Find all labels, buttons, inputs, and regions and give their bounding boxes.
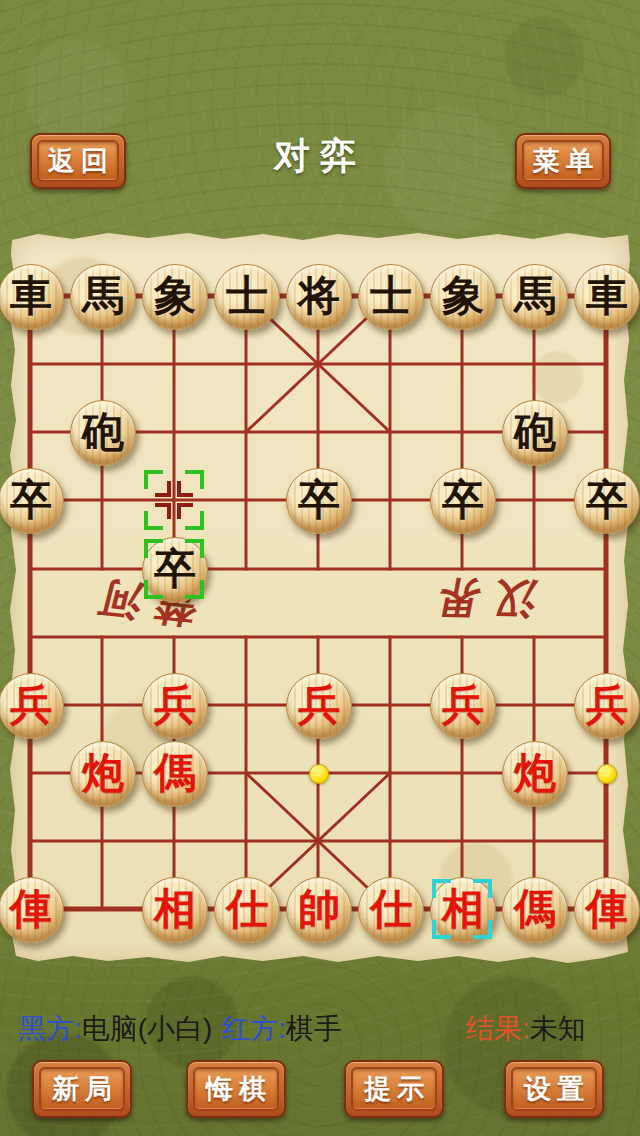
piece-glyph: 砲: [514, 411, 556, 453]
piece-glyph: 象: [442, 275, 484, 317]
piece-red-6-8[interactable]: 兵: [574, 673, 640, 739]
piece-red-6-0[interactable]: 兵: [0, 673, 64, 739]
piece-black-2-1[interactable]: 砲: [70, 400, 136, 466]
piece-glyph: 馬: [82, 275, 124, 317]
piece-glyph: 仕: [370, 888, 412, 930]
piece-glyph: 俥: [586, 888, 628, 930]
piece-red-7-1[interactable]: 炮: [70, 741, 136, 807]
result-status: 结果:未知: [466, 1010, 586, 1048]
piece-black-0-4[interactable]: 将: [286, 264, 352, 330]
piece-glyph: 卒: [10, 479, 52, 521]
piece-glyph: 炮: [514, 752, 556, 794]
piece-black-4-2[interactable]: 卒: [142, 537, 208, 603]
piece-glyph: 兵: [10, 684, 52, 726]
status-bar: 黑方:电脑(小白) 红方:棋手 结果:未知: [0, 1004, 640, 1050]
piece-glyph: 相: [442, 888, 484, 930]
piece-black-3-4[interactable]: 卒: [286, 468, 352, 534]
piece-glyph: 兵: [586, 684, 628, 726]
piece-black-0-8[interactable]: 車: [574, 264, 640, 330]
settings-button[interactable]: 设置: [504, 1060, 604, 1118]
red-player-status: 红方:棋手: [222, 1010, 342, 1048]
piece-glyph: 士: [226, 275, 268, 317]
piece-glyph: 卒: [442, 479, 484, 521]
piece-red-7-7[interactable]: 炮: [502, 741, 568, 807]
piece-glyph: 馬: [514, 275, 556, 317]
piece-red-6-6[interactable]: 兵: [430, 673, 496, 739]
move-hint-dot-0[interactable]: [309, 764, 329, 784]
bottom-toolbar: 新局 悔棋 提示 设置: [0, 1060, 640, 1120]
piece-glyph: 士: [370, 275, 412, 317]
piece-red-9-3[interactable]: 仕: [214, 877, 280, 943]
red-player-value: 棋手: [286, 1013, 342, 1044]
piece-glyph: 仕: [226, 888, 268, 930]
piece-glyph: 傌: [154, 752, 196, 794]
piece-black-0-0[interactable]: 車: [0, 264, 64, 330]
piece-red-9-7[interactable]: 傌: [502, 877, 568, 943]
piece-red-9-6[interactable]: 相: [430, 877, 496, 943]
point-marker-cross: [154, 480, 194, 520]
app-screen: 对弈 返回 菜单: [0, 0, 640, 1136]
piece-black-3-6[interactable]: 卒: [430, 468, 496, 534]
black-player-label: 黑方:: [18, 1013, 82, 1044]
xiangqi-board[interactable]: 楚河 汉界 車馬象士将士象馬車砲砲卒卒卒卒卒兵兵兵兵兵炮傌炮俥相仕帥仕相傌俥: [8, 230, 632, 966]
result-value: 未知: [530, 1013, 586, 1044]
black-player-value: 电脑(小白): [82, 1013, 213, 1044]
piece-glyph: 兵: [442, 684, 484, 726]
top-bar: 对弈 返回 菜单: [0, 128, 640, 190]
piece-red-6-2[interactable]: 兵: [142, 673, 208, 739]
piece-glyph: 兵: [154, 684, 196, 726]
piece-black-3-0[interactable]: 卒: [0, 468, 64, 534]
black-player-status: 黑方:电脑(小白): [18, 1010, 212, 1048]
piece-glyph: 車: [586, 275, 628, 317]
piece-black-2-7[interactable]: 砲: [502, 400, 568, 466]
piece-glyph: 相: [154, 888, 196, 930]
piece-red-9-8[interactable]: 俥: [574, 877, 640, 943]
piece-glyph: 卒: [586, 479, 628, 521]
piece-glyph: 卒: [154, 548, 196, 590]
piece-glyph: 将: [298, 275, 340, 317]
piece-glyph: 傌: [514, 888, 556, 930]
piece-black-0-1[interactable]: 馬: [70, 264, 136, 330]
piece-glyph: 車: [10, 275, 52, 317]
new-game-button[interactable]: 新局: [32, 1060, 132, 1118]
hint-button[interactable]: 提示: [344, 1060, 444, 1118]
piece-red-9-0[interactable]: 俥: [0, 877, 64, 943]
piece-black-0-3[interactable]: 士: [214, 264, 280, 330]
piece-black-0-6[interactable]: 象: [430, 264, 496, 330]
piece-glyph: 帥: [298, 888, 340, 930]
piece-black-3-8[interactable]: 卒: [574, 468, 640, 534]
piece-glyph: 象: [154, 275, 196, 317]
last-move-from-marker: [144, 470, 204, 530]
piece-layer: 車馬象士将士象馬車砲砲卒卒卒卒卒兵兵兵兵兵炮傌炮俥相仕帥仕相傌俥: [8, 230, 632, 966]
piece-glyph: 炮: [82, 752, 124, 794]
piece-red-6-4[interactable]: 兵: [286, 673, 352, 739]
piece-glyph: 卒: [298, 479, 340, 521]
piece-red-7-2[interactable]: 傌: [142, 741, 208, 807]
move-hint-dot-1[interactable]: [597, 764, 617, 784]
result-label: 结果:: [466, 1013, 530, 1044]
piece-red-9-2[interactable]: 相: [142, 877, 208, 943]
piece-black-0-7[interactable]: 馬: [502, 264, 568, 330]
back-button[interactable]: 返回: [30, 133, 126, 189]
red-player-label: 红方:: [222, 1013, 286, 1044]
piece-glyph: 俥: [10, 888, 52, 930]
menu-button[interactable]: 菜单: [515, 133, 611, 189]
piece-red-9-4[interactable]: 帥: [286, 877, 352, 943]
piece-glyph: 兵: [298, 684, 340, 726]
piece-black-0-5[interactable]: 士: [358, 264, 424, 330]
undo-button[interactable]: 悔棋: [186, 1060, 286, 1118]
piece-red-9-5[interactable]: 仕: [358, 877, 424, 943]
piece-black-0-2[interactable]: 象: [142, 264, 208, 330]
piece-glyph: 砲: [82, 411, 124, 453]
